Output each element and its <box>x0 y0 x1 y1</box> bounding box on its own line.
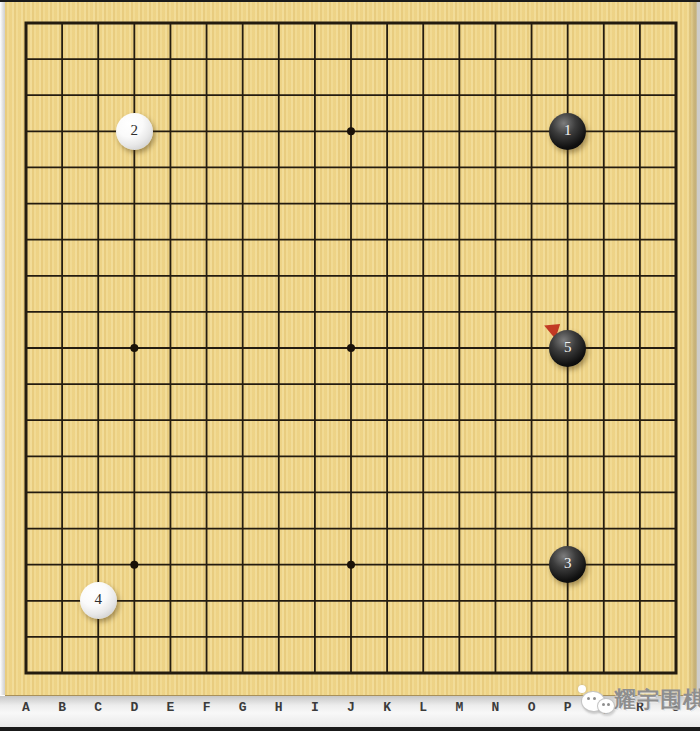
coordinate-label-D: D <box>126 700 142 715</box>
coordinate-label-A: A <box>18 700 34 715</box>
star-point <box>130 344 138 352</box>
bottom-border-bar <box>0 727 700 731</box>
coordinate-label-C: C <box>90 700 106 715</box>
black-stone-P16: 1 <box>549 113 586 150</box>
coordinate-label-B: B <box>54 700 70 715</box>
coordinate-label-N: N <box>487 700 503 715</box>
white-stone-C3: 4 <box>80 582 117 619</box>
stone-move-number: 3 <box>564 556 572 571</box>
star-point <box>130 561 138 569</box>
star-point <box>347 561 355 569</box>
stone-move-number: 5 <box>564 340 572 355</box>
coordinate-label-F: F <box>199 700 215 715</box>
coordinate-label-G: G <box>235 700 251 715</box>
stone-move-number: 2 <box>131 123 139 138</box>
coordinate-label-I: I <box>307 700 323 715</box>
coordinate-label-O: O <box>524 700 540 715</box>
star-point <box>347 127 355 135</box>
stone-move-number: 4 <box>94 592 102 607</box>
coordinate-label-P: P <box>560 700 576 715</box>
star-point <box>347 344 355 352</box>
go-board-grid <box>0 0 700 731</box>
wechat-icon <box>578 685 614 715</box>
logo-text: 耀宇围棋 <box>614 685 700 715</box>
coordinate-label-K: K <box>379 700 395 715</box>
stone-move-number: 1 <box>564 123 572 138</box>
white-stone-D16: 2 <box>116 113 153 150</box>
channel-logo: 耀宇围棋 <box>578 684 700 716</box>
coordinate-label-J: J <box>343 700 359 715</box>
coordinate-label-M: M <box>451 700 467 715</box>
top-border-line <box>0 0 700 2</box>
coordinate-label-E: E <box>162 700 178 715</box>
coordinate-label-L: L <box>415 700 431 715</box>
coordinate-label-H: H <box>271 700 287 715</box>
black-stone-P10: 5 <box>549 330 586 367</box>
